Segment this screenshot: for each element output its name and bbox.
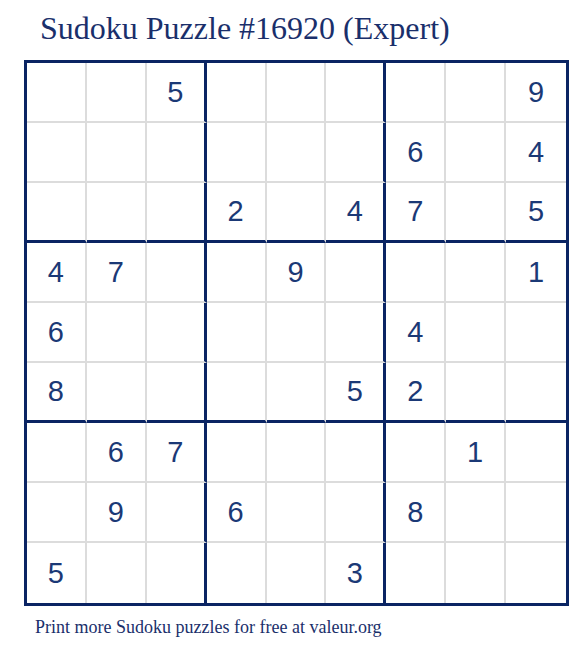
cell-r5c2 [87, 303, 147, 363]
cell-r4c3 [147, 243, 207, 303]
cell-r5c7: 4 [386, 303, 446, 363]
cell-r1c7 [386, 63, 446, 123]
cell-r1c4 [207, 63, 267, 123]
cell-r3c2 [87, 183, 147, 243]
cell-r6c7: 2 [386, 363, 446, 423]
cell-r4c4 [207, 243, 267, 303]
cell-r7c9 [506, 423, 566, 483]
cell-r6c5 [267, 363, 327, 423]
cell-r5c6 [326, 303, 386, 363]
cell-r3c1 [27, 183, 87, 243]
cell-r1c3: 5 [147, 63, 207, 123]
cell-r9c4 [207, 543, 267, 603]
cell-r4c8 [446, 243, 506, 303]
cell-r4c2: 7 [87, 243, 147, 303]
cell-r9c3 [147, 543, 207, 603]
cell-r4c5: 9 [267, 243, 327, 303]
cell-r4c9: 1 [506, 243, 566, 303]
cell-r5c5 [267, 303, 327, 363]
cell-r2c3 [147, 123, 207, 183]
cell-r8c3 [147, 483, 207, 543]
cell-r6c2 [87, 363, 147, 423]
cell-r6c1: 8 [27, 363, 87, 423]
cell-r8c4: 6 [207, 483, 267, 543]
cell-r6c6: 5 [326, 363, 386, 423]
cell-r8c7: 8 [386, 483, 446, 543]
cell-r7c1 [27, 423, 87, 483]
cell-r5c4 [207, 303, 267, 363]
cell-r2c9: 4 [506, 123, 566, 183]
footer-text: Print more Sudoku puzzles for free at va… [35, 617, 382, 638]
cell-r5c9 [506, 303, 566, 363]
cell-r2c1 [27, 123, 87, 183]
cell-r3c5 [267, 183, 327, 243]
cell-r3c6: 4 [326, 183, 386, 243]
cell-r7c4 [207, 423, 267, 483]
cell-r1c8 [446, 63, 506, 123]
cell-r5c1: 6 [27, 303, 87, 363]
cell-r6c8 [446, 363, 506, 423]
cell-r7c8: 1 [446, 423, 506, 483]
cell-r9c8 [446, 543, 506, 603]
cell-r6c4 [207, 363, 267, 423]
cell-r2c4 [207, 123, 267, 183]
cell-r6c3 [147, 363, 207, 423]
cell-r8c9 [506, 483, 566, 543]
cell-r9c9 [506, 543, 566, 603]
cell-r7c6 [326, 423, 386, 483]
sudoku-board: 5964247547916485267196853 [24, 60, 569, 606]
cell-r2c5 [267, 123, 327, 183]
cell-r1c9: 9 [506, 63, 566, 123]
cell-r9c6: 3 [326, 543, 386, 603]
cell-r8c8 [446, 483, 506, 543]
cell-r7c7 [386, 423, 446, 483]
cell-r9c1: 5 [27, 543, 87, 603]
cell-r2c6 [326, 123, 386, 183]
cell-r8c6 [326, 483, 386, 543]
cell-r5c3 [147, 303, 207, 363]
cell-r4c7 [386, 243, 446, 303]
cell-r1c2 [87, 63, 147, 123]
cell-r1c6 [326, 63, 386, 123]
cell-r9c7 [386, 543, 446, 603]
cell-r8c2: 9 [87, 483, 147, 543]
cell-r3c4: 2 [207, 183, 267, 243]
cell-r2c7: 6 [386, 123, 446, 183]
cell-r7c3: 7 [147, 423, 207, 483]
cell-r7c5 [267, 423, 327, 483]
page-title: Sudoku Puzzle #16920 (Expert) [40, 10, 450, 47]
cell-r9c2 [87, 543, 147, 603]
cell-r7c2: 6 [87, 423, 147, 483]
cell-r3c9: 5 [506, 183, 566, 243]
cell-r8c5 [267, 483, 327, 543]
cell-r8c1 [27, 483, 87, 543]
cell-r4c1: 4 [27, 243, 87, 303]
cell-r4c6 [326, 243, 386, 303]
cell-r1c1 [27, 63, 87, 123]
cell-r6c9 [506, 363, 566, 423]
cell-r3c8 [446, 183, 506, 243]
cell-r9c5 [267, 543, 327, 603]
cell-r1c5 [267, 63, 327, 123]
cell-r5c8 [446, 303, 506, 363]
cell-r3c7: 7 [386, 183, 446, 243]
cell-r3c3 [147, 183, 207, 243]
cell-r2c8 [446, 123, 506, 183]
cell-r2c2 [87, 123, 147, 183]
